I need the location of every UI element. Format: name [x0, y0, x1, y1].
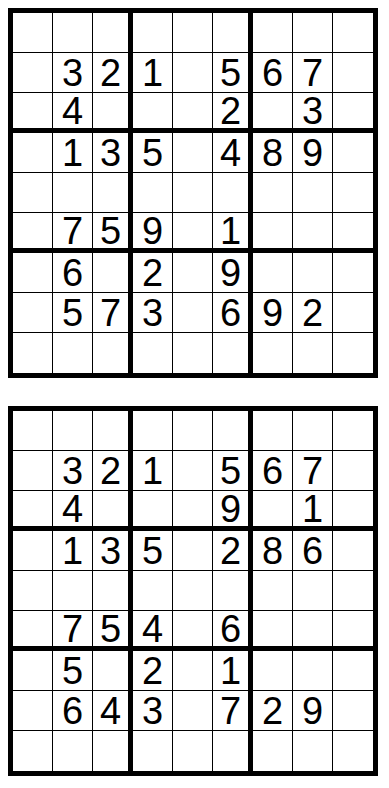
given-digit-r6c3: 5: [93, 611, 133, 651]
cell-r2c1[interactable]: [13, 451, 53, 491]
given-digit-r3c6: 2: [213, 93, 253, 133]
cell-r7c7[interactable]: [253, 253, 293, 293]
cell-r9c7[interactable]: [253, 333, 293, 373]
given-digit-r4c7: 8: [253, 531, 293, 571]
cell-r5c6[interactable]: [213, 571, 253, 611]
given-digit-r7c4: 2: [133, 651, 173, 691]
cell-r9c8[interactable]: [293, 333, 333, 373]
given-digit-r2c2: 3: [53, 451, 93, 491]
cell-r9c9[interactable]: [333, 333, 373, 373]
given-digit-r2c6: 5: [213, 451, 253, 491]
cell-r1c7[interactable]: [253, 411, 293, 451]
cell-r9c6[interactable]: [213, 333, 253, 373]
cell-r8c1[interactable]: [13, 691, 53, 731]
cell-r3c7[interactable]: [253, 93, 293, 133]
cell-r1c1[interactable]: [13, 411, 53, 451]
cell-r1c6[interactable]: [213, 13, 253, 53]
cell-r3c4[interactable]: [133, 93, 173, 133]
given-digit-r2c7: 6: [253, 53, 293, 93]
given-digit-r8c4: 3: [133, 691, 173, 731]
given-digit-r4c3: 3: [93, 531, 133, 571]
cell-r6c5[interactable]: [173, 611, 213, 651]
cell-r8c5[interactable]: [173, 691, 213, 731]
cell-r4c1[interactable]: [13, 133, 53, 173]
cell-r5c8[interactable]: [293, 173, 333, 213]
cell-r5c9[interactable]: [333, 173, 373, 213]
cell-r1c4[interactable]: [133, 13, 173, 53]
cell-r1c5[interactable]: [173, 411, 213, 451]
given-digit-r3c8: 1: [293, 491, 333, 531]
given-digit-r8c7: 2: [253, 691, 293, 731]
cell-r9c2[interactable]: [53, 731, 93, 771]
given-digit-r4c4: 5: [133, 531, 173, 571]
given-digit-r7c2: 5: [53, 651, 93, 691]
given-digit-r4c6: 4: [213, 133, 253, 173]
cell-r1c2[interactable]: [53, 411, 93, 451]
cell-r3c9[interactable]: [333, 491, 373, 531]
cell-r8c9[interactable]: [333, 691, 373, 731]
given-digit-r6c4: 9: [133, 213, 173, 253]
cell-r7c1[interactable]: [13, 651, 53, 691]
cell-r4c5[interactable]: [173, 531, 213, 571]
given-digit-r4c6: 2: [213, 531, 253, 571]
given-digit-r6c2: 7: [53, 213, 93, 253]
cell-r9c7[interactable]: [253, 731, 293, 771]
cell-r9c6[interactable]: [213, 731, 253, 771]
cell-r7c9[interactable]: [333, 253, 373, 293]
cell-r9c9[interactable]: [333, 731, 373, 771]
cell-r5c4[interactable]: [133, 173, 173, 213]
sudoku-board-1: 3215674231354897591629573692: [8, 8, 378, 378]
given-digit-r2c4: 1: [133, 451, 173, 491]
sudoku-board-2: 3215674911352867546521643729: [8, 406, 378, 776]
given-digit-r8c4: 3: [133, 293, 173, 333]
cell-r5c7[interactable]: [253, 173, 293, 213]
cell-r9c5[interactable]: [173, 333, 213, 373]
given-digit-r8c3: 7: [93, 293, 133, 333]
cell-r4c9[interactable]: [333, 531, 373, 571]
cell-r1c8[interactable]: [293, 411, 333, 451]
cell-r5c4[interactable]: [133, 571, 173, 611]
cell-r5c5[interactable]: [173, 571, 213, 611]
cell-r4c5[interactable]: [173, 133, 213, 173]
cell-r7c8[interactable]: [293, 651, 333, 691]
given-digit-r8c2: 5: [53, 293, 93, 333]
cell-r5c6[interactable]: [213, 173, 253, 213]
cell-r6c7[interactable]: [253, 213, 293, 253]
given-digit-r2c3: 2: [93, 451, 133, 491]
sudoku-sheet: 3215674231354897591629573692 32156749113…: [0, 0, 389, 788]
cell-r3c9[interactable]: [333, 93, 373, 133]
cell-r5c1[interactable]: [13, 571, 53, 611]
given-digit-r4c2: 1: [53, 531, 93, 571]
given-digit-r3c6: 9: [213, 491, 253, 531]
given-digit-r6c6: 1: [213, 213, 253, 253]
cell-r8c1[interactable]: [13, 293, 53, 333]
cell-r9c3[interactable]: [93, 333, 133, 373]
given-digit-r8c6: 7: [213, 691, 253, 731]
given-digit-r7c6: 9: [213, 253, 253, 293]
given-digit-r8c3: 4: [93, 691, 133, 731]
given-digit-r2c7: 6: [253, 451, 293, 491]
given-digit-r8c8: 9: [293, 691, 333, 731]
cell-r6c8[interactable]: [293, 213, 333, 253]
given-digit-r2c3: 2: [93, 53, 133, 93]
cell-r2c9[interactable]: [333, 53, 373, 93]
given-digit-r6c3: 5: [93, 213, 133, 253]
given-digit-r4c8: 9: [293, 133, 333, 173]
given-digit-r4c8: 6: [293, 531, 333, 571]
cell-r7c3[interactable]: [93, 651, 133, 691]
cell-r2c9[interactable]: [333, 451, 373, 491]
cell-r2c5[interactable]: [173, 53, 213, 93]
cell-r7c5[interactable]: [173, 253, 213, 293]
given-digit-r4c4: 5: [133, 133, 173, 173]
cell-r7c8[interactable]: [293, 253, 333, 293]
cell-r8c5[interactable]: [173, 293, 213, 333]
cell-r6c7[interactable]: [253, 611, 293, 651]
given-digit-r6c4: 4: [133, 611, 173, 651]
cell-r1c6[interactable]: [213, 411, 253, 451]
cell-r9c2[interactable]: [53, 333, 93, 373]
cell-r1c9[interactable]: [333, 411, 373, 451]
cell-r6c8[interactable]: [293, 611, 333, 651]
given-digit-r4c2: 1: [53, 133, 93, 173]
given-digit-r7c4: 2: [133, 253, 173, 293]
cell-r6c9[interactable]: [333, 611, 373, 651]
cell-r5c3[interactable]: [93, 571, 133, 611]
cell-r1c8[interactable]: [293, 13, 333, 53]
cell-r1c5[interactable]: [173, 13, 213, 53]
cell-r6c9[interactable]: [333, 213, 373, 253]
cell-r8c9[interactable]: [333, 293, 373, 333]
cell-r4c1[interactable]: [13, 531, 53, 571]
cell-r5c9[interactable]: [333, 571, 373, 611]
cell-r2c5[interactable]: [173, 451, 213, 491]
cell-r1c7[interactable]: [253, 13, 293, 53]
cell-r6c1[interactable]: [13, 213, 53, 253]
cell-r1c9[interactable]: [333, 13, 373, 53]
cell-r7c9[interactable]: [333, 651, 373, 691]
cell-r6c1[interactable]: [13, 611, 53, 651]
given-digit-r8c7: 9: [253, 293, 293, 333]
cell-r2c1[interactable]: [13, 53, 53, 93]
given-digit-r6c6: 6: [213, 611, 253, 651]
cell-r3c1[interactable]: [13, 491, 53, 531]
cell-r1c3[interactable]: [93, 411, 133, 451]
cell-r1c4[interactable]: [133, 411, 173, 451]
cell-r7c7[interactable]: [253, 651, 293, 691]
cell-r9c4[interactable]: [133, 731, 173, 771]
given-digit-r2c2: 3: [53, 53, 93, 93]
cell-r9c3[interactable]: [93, 731, 133, 771]
cell-r7c1[interactable]: [13, 253, 53, 293]
cell-r1c3[interactable]: [93, 13, 133, 53]
cell-r5c1[interactable]: [13, 173, 53, 213]
cell-r3c1[interactable]: [13, 93, 53, 133]
given-digit-r6c2: 7: [53, 611, 93, 651]
cell-r9c4[interactable]: [133, 333, 173, 373]
cell-r7c5[interactable]: [173, 651, 213, 691]
cell-r5c2[interactable]: [53, 173, 93, 213]
cell-r6c5[interactable]: [173, 213, 213, 253]
given-digit-r7c6: 1: [213, 651, 253, 691]
given-digit-r2c8: 7: [293, 451, 333, 491]
cell-r9c1[interactable]: [13, 731, 53, 771]
given-digit-r2c8: 7: [293, 53, 333, 93]
cell-r4c9[interactable]: [333, 133, 373, 173]
given-digit-r7c2: 6: [53, 253, 93, 293]
given-digit-r2c6: 5: [213, 53, 253, 93]
given-digit-r3c8: 3: [293, 93, 333, 133]
given-digit-r2c4: 1: [133, 53, 173, 93]
cell-r3c5[interactable]: [173, 491, 213, 531]
cell-r3c4[interactable]: [133, 491, 173, 531]
cell-r5c5[interactable]: [173, 173, 213, 213]
cell-r1c1[interactable]: [13, 13, 53, 53]
cell-r1c2[interactable]: [53, 13, 93, 53]
given-digit-r8c2: 6: [53, 691, 93, 731]
cell-r3c5[interactable]: [173, 93, 213, 133]
given-digit-r3c2: 4: [53, 93, 93, 133]
given-digit-r8c8: 2: [293, 293, 333, 333]
cell-r5c8[interactable]: [293, 571, 333, 611]
cell-r3c3[interactable]: [93, 491, 133, 531]
given-digit-r8c6: 6: [213, 293, 253, 333]
given-digit-r4c7: 8: [253, 133, 293, 173]
cell-r5c3[interactable]: [93, 173, 133, 213]
cell-r3c3[interactable]: [93, 93, 133, 133]
cell-r9c8[interactable]: [293, 731, 333, 771]
cell-r9c1[interactable]: [13, 333, 53, 373]
cell-r9c5[interactable]: [173, 731, 213, 771]
cell-r5c2[interactable]: [53, 571, 93, 611]
given-digit-r4c3: 3: [93, 133, 133, 173]
cell-r5c7[interactable]: [253, 571, 293, 611]
cell-r3c7[interactable]: [253, 491, 293, 531]
cell-r7c3[interactable]: [93, 253, 133, 293]
given-digit-r3c2: 4: [53, 491, 93, 531]
